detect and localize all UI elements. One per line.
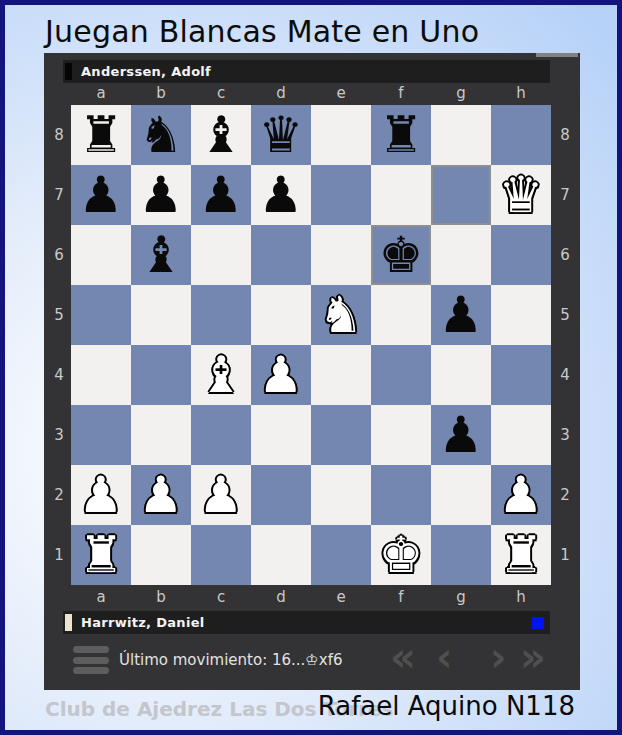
square-d1[interactable] <box>251 525 311 585</box>
square-f7[interactable] <box>371 165 431 225</box>
square-g7[interactable] <box>431 165 491 225</box>
rank-label-8: 8 <box>52 105 66 165</box>
player-name-black: Anderssen, Adolf <box>81 64 211 79</box>
file-label-b: b <box>131 586 191 608</box>
puzzle-card: Juegan Blancas Mate en Uno Anderssen, Ad… <box>0 0 622 735</box>
file-label-e: e <box>311 82 371 104</box>
square-c2[interactable]: ♟ <box>191 465 251 525</box>
square-h2[interactable]: ♟ <box>491 465 551 525</box>
file-labels-top: abcdefgh <box>71 82 551 104</box>
square-g4[interactable] <box>431 345 491 405</box>
black-queen-icon: ♛ <box>259 105 304 165</box>
square-d8[interactable]: ♛ <box>251 105 311 165</box>
rank-label-3: 3 <box>52 405 66 465</box>
square-f5[interactable] <box>371 285 431 345</box>
black-pawn-icon: ♟ <box>139 165 184 225</box>
black-rook-icon: ♜ <box>379 105 424 165</box>
rank-label-7: 7 <box>558 165 572 225</box>
square-f3[interactable] <box>371 405 431 465</box>
file-label-d: d <box>251 586 311 608</box>
square-e6[interactable] <box>311 225 371 285</box>
square-a8[interactable]: ♜ <box>71 105 131 165</box>
square-d2[interactable] <box>251 465 311 525</box>
rank-label-4: 4 <box>52 345 66 405</box>
square-a1[interactable]: ♜ <box>71 525 131 585</box>
square-c8[interactable]: ♝ <box>191 105 251 165</box>
black-pawn-icon: ♟ <box>439 285 484 345</box>
square-b4[interactable] <box>131 345 191 405</box>
square-a4[interactable] <box>71 345 131 405</box>
square-e7[interactable] <box>311 165 371 225</box>
player-bar-white: Harrwitz, Daniel <box>63 611 550 634</box>
scrollbar-thumb[interactable] <box>536 53 578 57</box>
puzzle-title: Juegan Blancas Mate en Uno <box>45 14 479 49</box>
file-label-b: b <box>131 82 191 104</box>
nav-first-button[interactable]: « <box>390 638 416 676</box>
white-pawn-icon: ♟ <box>199 465 244 525</box>
square-f1[interactable]: ♚ <box>371 525 431 585</box>
rank-label-7: 7 <box>52 165 66 225</box>
square-g6[interactable] <box>431 225 491 285</box>
nav-prev-button[interactable]: ‹ <box>436 638 452 676</box>
file-label-e: e <box>311 586 371 608</box>
square-c7[interactable]: ♟ <box>191 165 251 225</box>
file-label-d: d <box>251 82 311 104</box>
black-rook-icon: ♜ <box>79 105 124 165</box>
rank-labels-right: 87654321 <box>558 105 572 585</box>
white-pawn-icon: ♟ <box>259 345 304 405</box>
black-knight-icon: ♞ <box>139 105 184 165</box>
rank-label-2: 2 <box>558 465 572 525</box>
white-pawn-icon: ♟ <box>79 465 124 525</box>
white-queen-icon: ♛ <box>499 165 544 225</box>
white-rook-icon: ♜ <box>499 525 544 585</box>
file-label-h: h <box>491 586 551 608</box>
rank-label-6: 6 <box>558 225 572 285</box>
square-d4[interactable]: ♟ <box>251 345 311 405</box>
square-e2[interactable] <box>311 465 371 525</box>
file-labels-bottom: abcdefgh <box>71 586 551 608</box>
black-pawn-icon: ♟ <box>79 165 124 225</box>
square-b8[interactable]: ♞ <box>131 105 191 165</box>
black-pawn-icon: ♟ <box>199 165 244 225</box>
menu-icon[interactable] <box>73 646 109 674</box>
player-name-white: Harrwitz, Daniel <box>81 615 205 630</box>
black-bishop-icon: ♝ <box>139 225 184 285</box>
rank-label-6: 6 <box>52 225 66 285</box>
square-b2[interactable]: ♟ <box>131 465 191 525</box>
white-knight-icon: ♞ <box>319 285 364 345</box>
square-g2[interactable] <box>431 465 491 525</box>
square-d6[interactable] <box>251 225 311 285</box>
square-a5[interactable] <box>71 285 131 345</box>
square-a3[interactable] <box>71 405 131 465</box>
white-rook-icon: ♜ <box>79 525 124 585</box>
square-a2[interactable]: ♟ <box>71 465 131 525</box>
square-b1[interactable] <box>131 525 191 585</box>
square-g5[interactable]: ♟ <box>431 285 491 345</box>
file-label-f: f <box>371 586 431 608</box>
square-f4[interactable] <box>371 345 431 405</box>
chess-board: ♜♞♝♛♜♟♟♟♟♛♝♚♞♟♝♟♟♟♟♟♟♜♚♜ <box>71 105 551 585</box>
square-c3[interactable] <box>191 405 251 465</box>
player-bar-black: Anderssen, Adolf <box>63 60 550 83</box>
square-e5[interactable]: ♞ <box>311 285 371 345</box>
file-label-f: f <box>371 82 431 104</box>
square-c1[interactable] <box>191 525 251 585</box>
square-c4[interactable]: ♝ <box>191 345 251 405</box>
black-king-icon: ♚ <box>379 225 424 285</box>
white-pawn-icon: ♟ <box>139 465 184 525</box>
last-move-text: Último movimiento: 16...♔xf6 <box>119 651 343 669</box>
square-e4[interactable] <box>311 345 371 405</box>
square-b3[interactable] <box>131 405 191 465</box>
white-king-icon: ♚ <box>379 525 424 585</box>
square-g3[interactable]: ♟ <box>431 405 491 465</box>
square-h7[interactable]: ♛ <box>491 165 551 225</box>
square-h8[interactable] <box>491 105 551 165</box>
black-pawn-icon: ♟ <box>259 165 304 225</box>
file-label-h: h <box>491 82 551 104</box>
rank-label-1: 1 <box>558 525 572 585</box>
square-f8[interactable]: ♜ <box>371 105 431 165</box>
rank-label-4: 4 <box>558 345 572 405</box>
square-h6[interactable] <box>491 225 551 285</box>
square-d5[interactable] <box>251 285 311 345</box>
square-b7[interactable]: ♟ <box>131 165 191 225</box>
file-label-c: c <box>191 82 251 104</box>
black-color-marker-icon <box>65 63 72 80</box>
square-h1[interactable]: ♜ <box>491 525 551 585</box>
square-a7[interactable]: ♟ <box>71 165 131 225</box>
black-pawn-icon: ♟ <box>439 405 484 465</box>
status-bar: Último movimiento: 16...♔xf6 <box>63 641 563 679</box>
turn-indicator-icon <box>532 617 544 629</box>
square-h3[interactable] <box>491 405 551 465</box>
rank-label-1: 1 <box>52 525 66 585</box>
white-bishop-icon: ♝ <box>199 345 244 405</box>
square-e8[interactable] <box>311 105 371 165</box>
rank-label-2: 2 <box>52 465 66 525</box>
square-g1[interactable] <box>431 525 491 585</box>
rank-label-5: 5 <box>558 285 572 345</box>
chess-app-panel: Anderssen, Adolf abcdefgh 87654321 87654… <box>44 53 580 690</box>
square-c5[interactable] <box>191 285 251 345</box>
file-label-a: a <box>71 82 131 104</box>
square-c6[interactable] <box>191 225 251 285</box>
square-g8[interactable] <box>431 105 491 165</box>
square-h5[interactable] <box>491 285 551 345</box>
square-a6[interactable] <box>71 225 131 285</box>
square-e3[interactable] <box>311 405 371 465</box>
white-color-marker-icon <box>65 614 72 631</box>
rank-labels-left: 87654321 <box>52 105 66 585</box>
file-label-a: a <box>71 586 131 608</box>
square-b5[interactable] <box>131 285 191 345</box>
rank-label-5: 5 <box>52 285 66 345</box>
square-f2[interactable] <box>371 465 431 525</box>
square-d7[interactable]: ♟ <box>251 165 311 225</box>
nav-last-button[interactable]: » <box>520 638 546 676</box>
rank-label-8: 8 <box>558 105 572 165</box>
square-d3[interactable] <box>251 405 311 465</box>
black-bishop-icon: ♝ <box>199 105 244 165</box>
nav-next-button[interactable]: › <box>490 638 506 676</box>
square-e1[interactable] <box>311 525 371 585</box>
rank-label-3: 3 <box>558 405 572 465</box>
square-b6[interactable]: ♝ <box>131 225 191 285</box>
white-pawn-icon: ♟ <box>499 465 544 525</box>
file-label-g: g <box>431 586 491 608</box>
file-label-c: c <box>191 586 251 608</box>
file-label-g: g <box>431 82 491 104</box>
square-f6[interactable]: ♚ <box>371 225 431 285</box>
author-credit: Rafael Aquino N118 <box>318 691 575 721</box>
square-h4[interactable] <box>491 345 551 405</box>
